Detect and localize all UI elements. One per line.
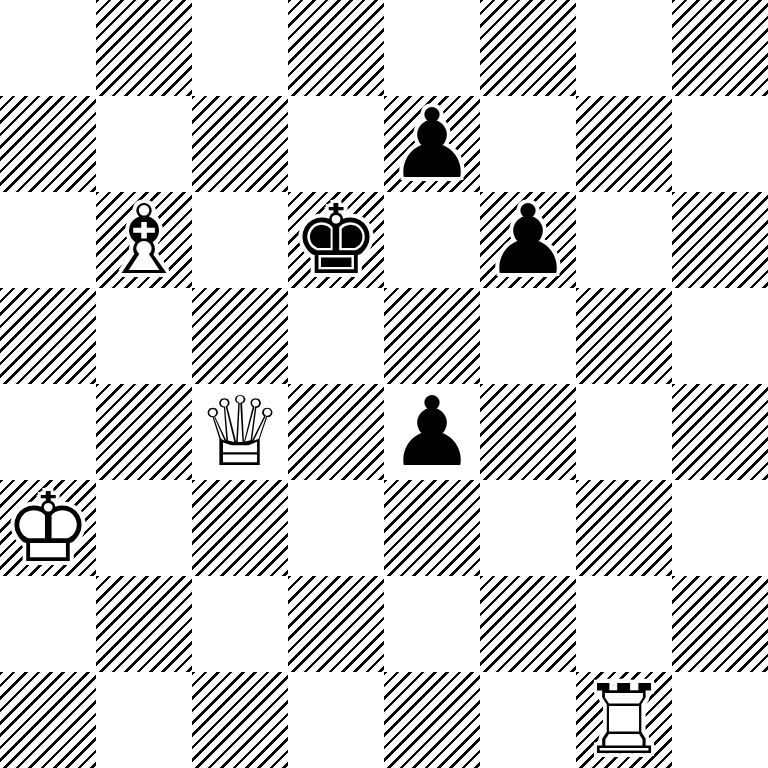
square-h5[interactable] bbox=[672, 288, 768, 384]
square-d4[interactable] bbox=[288, 384, 384, 480]
square-b6[interactable]: ♝♗ bbox=[96, 192, 192, 288]
square-d3[interactable] bbox=[288, 480, 384, 576]
white-rook-halo: ♜ bbox=[576, 672, 672, 768]
square-a5[interactable] bbox=[0, 288, 96, 384]
white-bishop-halo: ♝ bbox=[96, 192, 192, 288]
square-e3[interactable] bbox=[384, 480, 480, 576]
square-e2[interactable] bbox=[384, 576, 480, 672]
square-g1[interactable]: ♜♖ bbox=[576, 672, 672, 768]
square-c2[interactable] bbox=[192, 576, 288, 672]
square-c7[interactable] bbox=[192, 96, 288, 192]
square-d8[interactable] bbox=[288, 0, 384, 96]
white-queen-icon[interactable]: ♕ bbox=[192, 384, 288, 480]
square-g8[interactable] bbox=[576, 0, 672, 96]
square-b3[interactable] bbox=[96, 480, 192, 576]
square-h2[interactable] bbox=[672, 576, 768, 672]
square-c6[interactable] bbox=[192, 192, 288, 288]
square-f3[interactable] bbox=[480, 480, 576, 576]
square-h4[interactable] bbox=[672, 384, 768, 480]
square-f4[interactable] bbox=[480, 384, 576, 480]
black-king-halo: ♚ bbox=[288, 192, 384, 288]
square-e4[interactable]: ♟♟ bbox=[384, 384, 480, 480]
square-d1[interactable] bbox=[288, 672, 384, 768]
square-b1[interactable] bbox=[96, 672, 192, 768]
square-g2[interactable] bbox=[576, 576, 672, 672]
square-b8[interactable] bbox=[96, 0, 192, 96]
square-c5[interactable] bbox=[192, 288, 288, 384]
square-c4[interactable]: ♛♕ bbox=[192, 384, 288, 480]
square-f5[interactable] bbox=[480, 288, 576, 384]
square-b5[interactable] bbox=[96, 288, 192, 384]
square-f1[interactable] bbox=[480, 672, 576, 768]
square-a6[interactable] bbox=[0, 192, 96, 288]
black-pawn-icon[interactable]: ♟ bbox=[384, 384, 480, 480]
square-a8[interactable] bbox=[0, 0, 96, 96]
square-g4[interactable] bbox=[576, 384, 672, 480]
square-d2[interactable] bbox=[288, 576, 384, 672]
square-h7[interactable] bbox=[672, 96, 768, 192]
black-pawn-icon[interactable]: ♟ bbox=[480, 192, 576, 288]
square-a3[interactable]: ♚♔ bbox=[0, 480, 96, 576]
square-f6[interactable]: ♟♟ bbox=[480, 192, 576, 288]
square-f7[interactable] bbox=[480, 96, 576, 192]
square-b4[interactable] bbox=[96, 384, 192, 480]
square-f2[interactable] bbox=[480, 576, 576, 672]
square-a2[interactable] bbox=[0, 576, 96, 672]
square-d5[interactable] bbox=[288, 288, 384, 384]
black-pawn-halo: ♟ bbox=[480, 192, 576, 288]
square-e5[interactable] bbox=[384, 288, 480, 384]
square-b2[interactable] bbox=[96, 576, 192, 672]
black-pawn-halo: ♟ bbox=[384, 96, 480, 192]
square-e1[interactable] bbox=[384, 672, 480, 768]
chess-board: ♟♟♝♗♚♚♟♟♛♕♟♟♚♔♜♖ bbox=[0, 0, 768, 768]
square-g7[interactable] bbox=[576, 96, 672, 192]
white-bishop-icon[interactable]: ♗ bbox=[96, 192, 192, 288]
white-rook-icon[interactable]: ♖ bbox=[576, 672, 672, 768]
square-b7[interactable] bbox=[96, 96, 192, 192]
black-pawn-halo: ♟ bbox=[384, 384, 480, 480]
square-h6[interactable] bbox=[672, 192, 768, 288]
square-f8[interactable] bbox=[480, 0, 576, 96]
square-c8[interactable] bbox=[192, 0, 288, 96]
black-king-icon[interactable]: ♚ bbox=[288, 192, 384, 288]
square-g6[interactable] bbox=[576, 192, 672, 288]
square-h8[interactable] bbox=[672, 0, 768, 96]
white-queen-halo: ♛ bbox=[192, 384, 288, 480]
square-h3[interactable] bbox=[672, 480, 768, 576]
square-e7[interactable]: ♟♟ bbox=[384, 96, 480, 192]
square-a1[interactable] bbox=[0, 672, 96, 768]
square-e6[interactable] bbox=[384, 192, 480, 288]
square-g5[interactable] bbox=[576, 288, 672, 384]
square-d7[interactable] bbox=[288, 96, 384, 192]
square-g3[interactable] bbox=[576, 480, 672, 576]
black-pawn-icon[interactable]: ♟ bbox=[384, 96, 480, 192]
white-king-icon[interactable]: ♔ bbox=[0, 480, 96, 576]
white-king-halo: ♚ bbox=[0, 480, 96, 576]
square-d6[interactable]: ♚♚ bbox=[288, 192, 384, 288]
square-c3[interactable] bbox=[192, 480, 288, 576]
square-h1[interactable] bbox=[672, 672, 768, 768]
square-c1[interactable] bbox=[192, 672, 288, 768]
square-a7[interactable] bbox=[0, 96, 96, 192]
square-a4[interactable] bbox=[0, 384, 96, 480]
square-e8[interactable] bbox=[384, 0, 480, 96]
